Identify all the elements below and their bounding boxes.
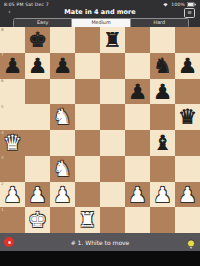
square-b4[interactable]: [25, 130, 50, 156]
square-b7[interactable]: ♟: [25, 53, 50, 79]
battery-icon: [187, 2, 196, 7]
square-d5[interactable]: [75, 104, 100, 130]
tab-easy[interactable]: Easy: [14, 19, 72, 28]
square-c7[interactable]: ♟: [50, 53, 75, 79]
square-f3[interactable]: [125, 156, 150, 182]
tab-hard[interactable]: Hard: [131, 19, 188, 28]
piece-black-r-e8[interactable]: ♜: [100, 27, 125, 53]
square-e2[interactable]: [100, 182, 125, 208]
square-g8[interactable]: [150, 27, 175, 53]
square-a5[interactable]: 5: [0, 104, 25, 130]
square-g5[interactable]: [150, 104, 175, 130]
square-b1[interactable]: ♚: [25, 207, 50, 233]
piece-white-p-c2[interactable]: ♟: [50, 182, 75, 208]
square-a8[interactable]: 8: [0, 27, 25, 53]
rank-label: 3: [1, 156, 4, 161]
piece-black-p-b7[interactable]: ♟: [25, 53, 50, 79]
square-f7[interactable]: [125, 53, 150, 79]
square-h1[interactable]: [175, 207, 200, 233]
nav-bar: ‹ Mate in 4 and more ≡: [0, 7, 200, 17]
piece-black-k-b8[interactable]: ♚: [25, 27, 50, 53]
square-f1[interactable]: [125, 207, 150, 233]
square-g6[interactable]: ♟: [150, 79, 175, 105]
footer-bar: # 1. White to move: [0, 233, 200, 251]
square-b3[interactable]: [25, 156, 50, 182]
square-h7[interactable]: ♟: [175, 53, 200, 79]
square-h3[interactable]: [175, 156, 200, 182]
puzzle-status-text: # 1. White to move: [71, 239, 130, 246]
square-f4[interactable]: [125, 130, 150, 156]
square-a4[interactable]: 4♛: [0, 130, 25, 156]
square-h8[interactable]: [175, 27, 200, 53]
square-b8[interactable]: ♚: [25, 27, 50, 53]
square-h6[interactable]: [175, 79, 200, 105]
piece-black-q-h5[interactable]: ♛: [175, 104, 200, 130]
status-time: 8:05 PM Sat Dec 7: [4, 2, 49, 7]
square-f2[interactable]: ♟: [125, 182, 150, 208]
page-title: Mate in 4 and more: [0, 8, 200, 16]
square-h4[interactable]: [175, 130, 200, 156]
square-g3[interactable]: [150, 156, 175, 182]
square-h5[interactable]: ♛: [175, 104, 200, 130]
piece-white-p-b2[interactable]: ♟: [25, 182, 50, 208]
square-b6[interactable]: [25, 79, 50, 105]
piece-white-r-d1[interactable]: ♜: [75, 207, 100, 233]
square-b5[interactable]: [25, 104, 50, 130]
square-c4[interactable]: [50, 130, 75, 156]
square-g7[interactable]: ♞: [150, 53, 175, 79]
square-d1[interactable]: ♜: [75, 207, 100, 233]
piece-white-p-a2[interactable]: ♟: [0, 182, 25, 208]
stop-icon[interactable]: [4, 237, 14, 247]
square-d4[interactable]: [75, 130, 100, 156]
square-a7[interactable]: 7♟: [0, 53, 25, 79]
hint-bulb-icon[interactable]: [186, 236, 196, 248]
battery-percent: 100%: [171, 2, 185, 7]
top-bar: 8:05 PM Sat Dec 7 100% ‹ Mate in 4 and m…: [0, 0, 200, 27]
piece-white-p-f2[interactable]: ♟: [125, 182, 150, 208]
piece-white-k-b1[interactable]: ♚: [25, 207, 50, 233]
square-c6[interactable]: [50, 79, 75, 105]
square-a1[interactable]: 1: [0, 207, 25, 233]
square-e6[interactable]: [100, 79, 125, 105]
square-d7[interactable]: [75, 53, 100, 79]
rank-label: 6: [1, 79, 4, 84]
wifi-icon: [162, 2, 169, 7]
piece-black-p-a7[interactable]: ♟: [0, 53, 25, 79]
square-c1[interactable]: [50, 207, 75, 233]
piece-white-n-c3[interactable]: ♞: [50, 156, 75, 182]
piece-white-q-a4[interactable]: ♛: [0, 130, 25, 156]
square-f8[interactable]: [125, 27, 150, 53]
piece-black-p-h7[interactable]: ♟: [175, 53, 200, 79]
home-area: [0, 251, 200, 266]
square-e3[interactable]: [100, 156, 125, 182]
piece-black-n-g7[interactable]: ♞: [150, 53, 175, 79]
tab-medium[interactable]: Medium: [72, 19, 130, 28]
piece-black-p-f6[interactable]: ♟: [125, 79, 150, 105]
square-a6[interactable]: 6: [0, 79, 25, 105]
square-d8[interactable]: [75, 27, 100, 53]
piece-black-b-g4[interactable]: ♝: [150, 130, 175, 156]
piece-white-p-g2[interactable]: ♟: [150, 182, 175, 208]
square-d2[interactable]: [75, 182, 100, 208]
rank-label: 8: [1, 28, 4, 33]
square-e1[interactable]: [100, 207, 125, 233]
square-e4[interactable]: [100, 130, 125, 156]
square-g2[interactable]: ♟: [150, 182, 175, 208]
square-g1[interactable]: [150, 207, 175, 233]
piece-white-n-c5[interactable]: ♞: [50, 104, 75, 130]
square-d3[interactable]: [75, 156, 100, 182]
square-e8[interactable]: ♜: [100, 27, 125, 53]
chess-board: 8♚♜7♟♟♟♞♟6♟♟5♞♛4♛♝3♞2♟♟♟♟♟♟1♚♜: [0, 27, 200, 233]
square-g4[interactable]: ♝: [150, 130, 175, 156]
rank-label: 1: [1, 208, 4, 213]
square-c2[interactable]: ♟: [50, 182, 75, 208]
menu-icon[interactable]: ≡: [184, 8, 195, 18]
square-c3[interactable]: ♞: [50, 156, 75, 182]
square-e5[interactable]: [100, 104, 125, 130]
square-b2[interactable]: ♟: [25, 182, 50, 208]
square-c5[interactable]: ♞: [50, 104, 75, 130]
square-f6[interactable]: ♟: [125, 79, 150, 105]
square-c8[interactable]: [50, 27, 75, 53]
piece-black-p-g6[interactable]: ♟: [150, 79, 175, 105]
square-h2[interactable]: ♟: [175, 182, 200, 208]
square-a3[interactable]: 3: [0, 156, 25, 182]
app-screen: 8:05 PM Sat Dec 7 100% ‹ Mate in 4 and m…: [0, 0, 200, 266]
rank-label: 5: [1, 105, 4, 110]
square-e7[interactable]: [100, 53, 125, 79]
square-d6[interactable]: [75, 79, 100, 105]
square-f5[interactable]: [125, 104, 150, 130]
square-a2[interactable]: 2♟: [0, 182, 25, 208]
piece-white-p-h2[interactable]: ♟: [175, 182, 200, 208]
piece-black-p-c7[interactable]: ♟: [50, 53, 75, 79]
